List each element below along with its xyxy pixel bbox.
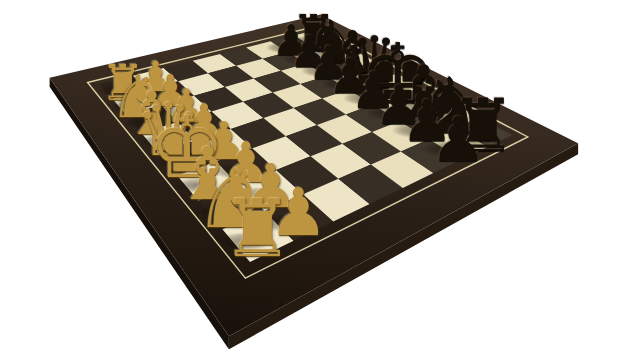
white-rook-h1: ♜ [178,182,337,275]
black-pawn-h7: ♟ [396,103,521,176]
pieces-layer: ♜♟♞♟♝♟♛♟♟♚♜♟♟♝♞♟♟♞♝♟♟♜♛♟♟♚♟♝♟♞♟♜ [0,0,620,349]
chess-set-photo: ♜♟♞♟♝♟♛♟♟♚♜♟♟♝♞♟♟♞♝♟♟♜♛♟♟♚♟♝♟♞♟♜ [0,0,620,349]
